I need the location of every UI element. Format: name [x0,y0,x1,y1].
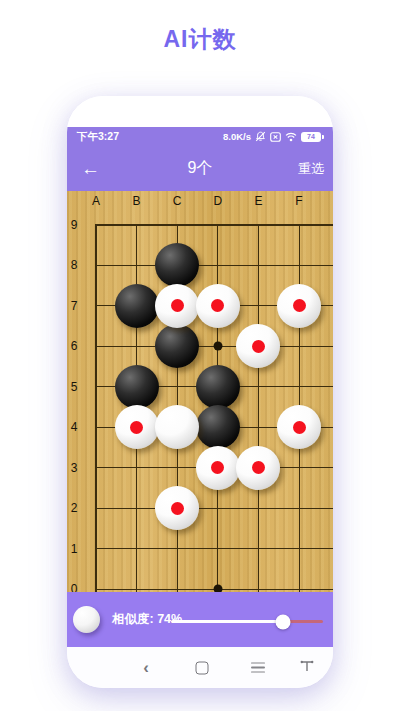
black-stone[interactable] [115,284,159,328]
dead-marker [171,502,184,515]
white-stone[interactable] [196,284,240,328]
black-stone[interactable] [196,405,240,449]
white-stone[interactable] [236,446,280,490]
nav-quick-tool-icon[interactable] [300,658,315,677]
phone-top-bezel [67,96,333,127]
row-label: 6 [71,339,78,353]
network-speed: 8.0K/s [223,131,251,142]
wifi-icon [285,128,297,146]
row-label: 1 [71,542,78,556]
black-stone[interactable] [196,365,240,409]
android-nav-bar: ‹ [67,647,333,688]
star-point [213,585,222,593]
dead-marker [293,299,306,312]
row-label: 5 [71,380,78,394]
go-board[interactable]: ABCDEF9876543210 [67,191,333,592]
row-label: 3 [71,461,78,475]
black-stone[interactable] [155,243,199,287]
column-label: A [92,194,100,208]
row-label: 9 [71,218,78,232]
row-label: 7 [71,299,78,313]
phone-frame: 下午3:27 8.0K/s 74 ← 9个 重选 ABCDEF987654321… [67,96,333,688]
dead-marker [211,299,224,312]
nav-recents-icon[interactable] [251,662,265,673]
status-bar: 下午3:27 8.0K/s 74 [67,127,333,146]
board-grid-hline [95,508,333,509]
page-title: AI计数 [0,24,400,55]
white-stone[interactable] [155,486,199,530]
board-grid-vline [95,224,97,593]
column-label: E [254,194,262,208]
white-stone[interactable] [115,405,159,449]
white-stone[interactable] [196,446,240,490]
similarity-slider[interactable] [171,620,323,623]
dead-marker [252,461,265,474]
black-stone[interactable] [115,365,159,409]
board-grid-vline [258,224,259,593]
dead-marker [293,421,306,434]
board-grid-hline [95,224,333,226]
nav-home-icon[interactable] [196,661,209,674]
row-label: 4 [71,420,78,434]
white-stone-icon [73,606,100,633]
white-stone[interactable] [155,284,199,328]
slider-thumb[interactable] [276,614,291,629]
mute-bell-icon [255,128,266,146]
slider-fill [171,620,283,623]
black-stone[interactable] [155,324,199,368]
column-label: B [133,194,141,208]
status-time: 下午3:27 [77,130,119,144]
board-grid-hline [95,265,333,266]
marked-count-title: 9个 [67,158,333,179]
white-stone[interactable] [277,284,321,328]
white-stone[interactable] [155,405,199,449]
app-bar: ← 9个 重选 [67,146,333,191]
back-arrow-icon[interactable]: ← [81,159,100,178]
row-label: 2 [71,501,78,515]
board-grid-hline [95,548,333,549]
white-stone[interactable] [236,324,280,368]
similarity-bar: 相似度: 74% [67,592,333,647]
column-label: C [173,194,182,208]
dead-marker [252,340,265,353]
dead-marker [130,421,143,434]
column-label: F [295,194,302,208]
battery-icon: 74 [301,132,321,142]
row-label-clipped: 0 [71,582,78,592]
sim-missing-icon [270,128,281,146]
reselect-button[interactable]: 重选 [298,160,324,178]
white-stone[interactable] [277,405,321,449]
dead-marker [171,299,184,312]
dead-marker [211,461,224,474]
column-label: D [213,194,222,208]
star-point [213,342,222,351]
row-label: 8 [71,258,78,272]
nav-back-icon[interactable]: ‹ [143,658,149,678]
